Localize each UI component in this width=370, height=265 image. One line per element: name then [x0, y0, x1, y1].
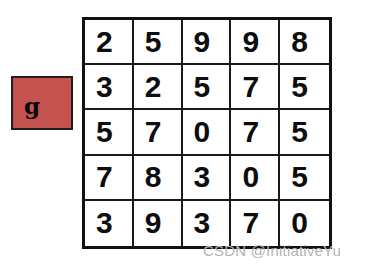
grid-cell-r4c1: 9 — [134, 201, 183, 246]
grid-cell-r4c0: 3 — [85, 201, 134, 246]
watermark-text: CSDN @InitiativeYu — [203, 242, 341, 259]
grid-cell-r0c0: 2 — [85, 20, 134, 65]
grid-cell-r4c4: 0 — [280, 201, 329, 246]
grid-cell-r1c2: 5 — [183, 65, 232, 110]
grid-cell-r1c3: 7 — [231, 65, 280, 110]
grid-cell-r1c1: 2 — [134, 65, 183, 110]
grid-cell-r3c4: 5 — [280, 156, 329, 201]
grid-cell-r3c3: 0 — [231, 156, 280, 201]
grid-cell-r1c4: 5 — [280, 65, 329, 110]
grid-cell-r2c0: 5 — [85, 110, 134, 155]
grid-cell-r2c2: 0 — [183, 110, 232, 155]
matrix-label-square: g — [11, 76, 73, 130]
grid-cell-r2c1: 7 — [134, 110, 183, 155]
number-grid-cells: 2 5 9 9 8 3 2 5 7 5 5 7 0 7 5 7 8 3 0 5 … — [85, 20, 329, 246]
grid-cell-r0c3: 9 — [231, 20, 280, 65]
grid-cell-r2c4: 5 — [280, 110, 329, 155]
grid-cell-r3c0: 7 — [85, 156, 134, 201]
grid-cell-r4c2: 3 — [183, 201, 232, 246]
grid-cell-r3c2: 3 — [183, 156, 232, 201]
grid-cell-r0c4: 8 — [280, 20, 329, 65]
matrix-label: g — [24, 94, 40, 117]
grid-cell-r4c3: 7 — [231, 201, 280, 246]
grid-cell-r3c1: 8 — [134, 156, 183, 201]
grid-cell-r1c0: 3 — [85, 65, 134, 110]
grid-cell-r2c3: 7 — [231, 110, 280, 155]
grid-cell-r0c1: 5 — [134, 20, 183, 65]
grid-cell-r0c2: 9 — [183, 20, 232, 65]
number-grid: 2 5 9 9 8 3 2 5 7 5 5 7 0 7 5 7 8 3 0 5 … — [82, 17, 332, 249]
